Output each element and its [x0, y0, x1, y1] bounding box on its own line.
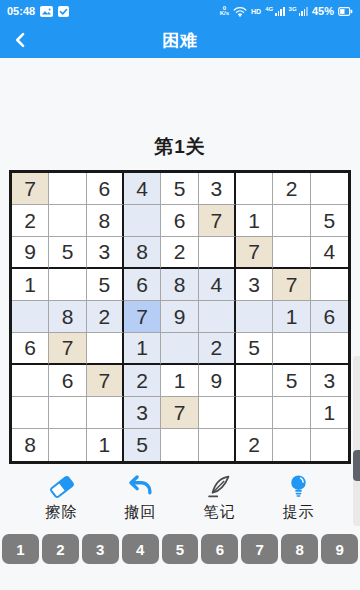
sudoku-cell-r9c2[interactable]: [49, 429, 86, 461]
sudoku-cell-r1c7[interactable]: [236, 173, 273, 205]
hint-label: 提示: [283, 503, 315, 522]
status-bar: 05:48 0 K/s HD 4G 3G 45%: [0, 0, 360, 22]
sudoku-cell-r3c9[interactable]: 4: [311, 237, 348, 269]
num-button-2[interactable]: 2: [42, 534, 79, 564]
sudoku-cell-r6c3[interactable]: [87, 333, 124, 365]
sudoku-cell-r6c9[interactable]: [311, 333, 348, 365]
sudoku-cell-r9c9[interactable]: [311, 429, 348, 461]
sudoku-cell-r3c8[interactable]: [273, 237, 310, 269]
undo-label: 撤回: [125, 503, 157, 522]
sudoku-cell-r1c3[interactable]: 6: [87, 173, 124, 205]
sudoku-cell-r2c8[interactable]: [273, 205, 310, 237]
sudoku-cell-r6c2[interactable]: 7: [49, 333, 86, 365]
wifi-icon: [233, 6, 247, 17]
sudoku-cell-r2c9[interactable]: 5: [311, 205, 348, 237]
num-button-6[interactable]: 6: [201, 534, 238, 564]
back-button[interactable]: [8, 27, 34, 53]
sudoku-cell-r5c9[interactable]: 6: [311, 301, 348, 333]
sudoku-cell-r5c4[interactable]: 7: [124, 301, 161, 333]
sudoku-cell-r7c5[interactable]: 1: [161, 365, 198, 397]
sudoku-cell-r7c2[interactable]: 6: [49, 365, 86, 397]
sudoku-cell-r7c9[interactable]: 3: [311, 365, 348, 397]
eraser-icon: [48, 473, 75, 500]
num-button-7[interactable]: 7: [241, 534, 278, 564]
sudoku-cell-r9c8[interactable]: [273, 429, 310, 461]
sudoku-cell-r6c6[interactable]: 2: [199, 333, 236, 365]
status-time: 05:48: [7, 5, 35, 17]
sudoku-cell-r9c5[interactable]: [161, 429, 198, 461]
sudoku-cell-r8c5[interactable]: 7: [161, 397, 198, 429]
sudoku-cell-r2c5[interactable]: 6: [161, 205, 198, 237]
erase-label: 擦除: [46, 503, 78, 522]
sudoku-cell-r7c1[interactable]: [12, 365, 49, 397]
feather-pen-icon: [206, 473, 233, 500]
back-chevron-icon: [11, 30, 31, 50]
sudoku-cell-r6c4[interactable]: 1: [124, 333, 161, 365]
sudoku-cell-r7c8[interactable]: 5: [273, 365, 310, 397]
sudoku-cell-r8c4[interactable]: 3: [124, 397, 161, 429]
sudoku-cell-r3c5[interactable]: 2: [161, 237, 198, 269]
sudoku-cell-r2c1[interactable]: 2: [12, 205, 49, 237]
sudoku-cell-r9c1[interactable]: 8: [12, 429, 49, 461]
sudoku-cell-r5c8[interactable]: 1: [273, 301, 310, 333]
num-button-1[interactable]: 1: [2, 534, 39, 564]
picture-icon: [40, 6, 53, 17]
sudoku-cell-r7c7[interactable]: [236, 365, 273, 397]
check-icon: [58, 6, 69, 17]
sudoku-cell-r2c7[interactable]: 1: [236, 205, 273, 237]
sudoku-cell-r2c4[interactable]: [124, 205, 161, 237]
signal-sim1: 4G: [265, 7, 284, 16]
num-button-5[interactable]: 5: [162, 534, 199, 564]
sudoku-cell-r1c9[interactable]: [311, 173, 348, 205]
sudoku-cell-r9c4[interactable]: 5: [124, 429, 161, 461]
sudoku-cell-r4c1[interactable]: 1: [12, 269, 49, 301]
sudoku-cell-r3c4[interactable]: 8: [124, 237, 161, 269]
signal-sim2: 3G: [289, 7, 308, 16]
number-pad: 1 2 3 4 5 6 7 8 9: [0, 534, 360, 564]
sudoku-cell-r7c4[interactable]: 2: [124, 365, 161, 397]
sudoku-grid: 7645322867159538274156843782791667125672…: [9, 170, 351, 464]
battery-percent: 45%: [312, 5, 334, 17]
battery-icon: [338, 7, 353, 16]
sudoku-cell-r4c6[interactable]: 4: [199, 269, 236, 301]
scrollbar-track: [353, 356, 360, 526]
sudoku-cell-r4c8[interactable]: 7: [273, 269, 310, 301]
num-button-9[interactable]: 9: [321, 534, 358, 564]
sudoku-cell-r6c8[interactable]: [273, 333, 310, 365]
sudoku-cell-r6c5[interactable]: [161, 333, 198, 365]
sudoku-cell-r1c8[interactable]: 2: [273, 173, 310, 205]
lightbulb-icon: [285, 473, 312, 500]
undo-button[interactable]: 撤回: [115, 473, 167, 522]
sudoku-cell-r5c7[interactable]: [236, 301, 273, 333]
sudoku-cell-r6c1[interactable]: 6: [12, 333, 49, 365]
undo-arrow-icon: [127, 473, 154, 500]
sudoku-cell-r1c1[interactable]: 7: [12, 173, 49, 205]
notes-label: 笔记: [204, 503, 236, 522]
hint-button[interactable]: 提示: [273, 473, 325, 522]
sudoku-cell-r1c6[interactable]: 3: [199, 173, 236, 205]
sudoku-cell-r7c3[interactable]: 7: [87, 365, 124, 397]
sudoku-cell-r3c1[interactable]: 9: [12, 237, 49, 269]
sudoku-cell-r5c6[interactable]: [199, 301, 236, 333]
num-button-8[interactable]: 8: [281, 534, 318, 564]
sudoku-cell-r5c5[interactable]: 9: [161, 301, 198, 333]
scrollbar-thumb[interactable]: [353, 450, 360, 481]
sudoku-cell-r4c3[interactable]: 5: [87, 269, 124, 301]
sudoku-cell-r8c1[interactable]: [12, 397, 49, 429]
sudoku-cell-r2c3[interactable]: 8: [87, 205, 124, 237]
sudoku-cell-r3c7[interactable]: 7: [236, 237, 273, 269]
sudoku-cell-r6c7[interactable]: 5: [236, 333, 273, 365]
sudoku-cell-r8c2[interactable]: [49, 397, 86, 429]
sudoku-cell-r8c9[interactable]: 1: [311, 397, 348, 429]
sudoku-cell-r4c7[interactable]: 3: [236, 269, 273, 301]
notes-button[interactable]: 笔记: [194, 473, 246, 522]
sudoku-cell-r2c2[interactable]: [49, 205, 86, 237]
sudoku-cell-r8c8[interactable]: [273, 397, 310, 429]
sudoku-cell-r1c5[interactable]: 5: [161, 173, 198, 205]
page-title: 困难: [162, 29, 198, 52]
sudoku-cell-r8c3[interactable]: [87, 397, 124, 429]
sudoku-cell-r9c7[interactable]: 2: [236, 429, 273, 461]
nav-bar: 困难: [0, 22, 360, 58]
sudoku-cell-r5c2[interactable]: 8: [49, 301, 86, 333]
sudoku-cell-r3c3[interactable]: 3: [87, 237, 124, 269]
num-button-4[interactable]: 4: [122, 534, 159, 564]
sudoku-cell-r2c6[interactable]: 7: [199, 205, 236, 237]
erase-button[interactable]: 擦除: [36, 473, 88, 522]
sudoku-cell-r4c5[interactable]: 8: [161, 269, 198, 301]
num-button-3[interactable]: 3: [82, 534, 119, 564]
toolbar: 擦除 撤回 笔记 提示: [0, 473, 360, 522]
sudoku-cell-r5c1[interactable]: [12, 301, 49, 333]
sudoku-cell-r9c6[interactable]: [199, 429, 236, 461]
sudoku-cell-r3c6[interactable]: [199, 237, 236, 269]
sudoku-cell-r4c2[interactable]: [49, 269, 86, 301]
level-title: 第1关: [0, 134, 360, 160]
sudoku-cell-r7c6[interactable]: 9: [199, 365, 236, 397]
sudoku-cell-r1c2[interactable]: [49, 173, 86, 205]
sudoku-cell-r1c4[interactable]: 4: [124, 173, 161, 205]
sudoku-cell-r8c7[interactable]: [236, 397, 273, 429]
sudoku-cell-r4c9[interactable]: [311, 269, 348, 301]
hd-badge: HD: [251, 8, 261, 15]
sudoku-cell-r4c4[interactable]: 6: [124, 269, 161, 301]
sudoku-cell-r9c3[interactable]: 1: [87, 429, 124, 461]
sudoku-cell-r5c3[interactable]: 2: [87, 301, 124, 333]
sudoku-cell-r3c2[interactable]: 5: [49, 237, 86, 269]
sudoku-cell-r8c6[interactable]: [199, 397, 236, 429]
net-speed: 0 K/s: [220, 6, 229, 17]
